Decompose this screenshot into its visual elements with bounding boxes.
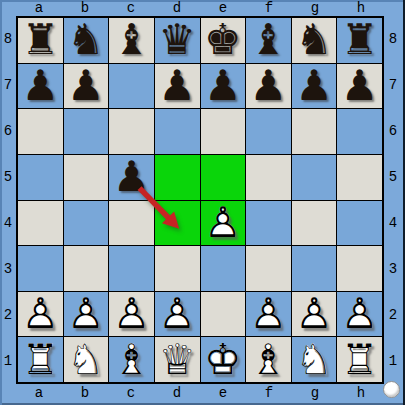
- white-pawn[interactable]: ♟♙: [18, 292, 63, 337]
- square-d7[interactable]: ♟: [155, 64, 200, 109]
- square-c1[interactable]: ♝♗: [109, 337, 154, 382]
- piece-outline: ♙: [109, 292, 154, 337]
- white-pawn[interactable]: ♟♙: [201, 201, 246, 246]
- square-b2[interactable]: ♟♙: [64, 292, 109, 337]
- rank-labels-left: 87654321: [0, 16, 16, 384]
- square-g2[interactable]: ♟♙: [292, 292, 337, 337]
- black-king[interactable]: ♚: [201, 18, 246, 63]
- black-pawn[interactable]: ♟: [246, 64, 291, 109]
- rank-label-3: 3: [382, 246, 404, 292]
- rank-label-5: 5: [0, 154, 16, 200]
- piece-outline: ♙: [64, 292, 109, 337]
- rank-label-8: 8: [382, 16, 404, 62]
- file-label-f: f: [246, 382, 292, 404]
- black-pawn[interactable]: ♟: [155, 64, 200, 109]
- board: ♜♞♝♛♚♝♞♜♟♟♟♟♟♟♟♟♟♙♟♙♟♙♟♙♟♙♟♙♟♙♟♙♜♖♞♘♝♗♛♕…: [16, 16, 384, 384]
- square-d4-highlighted[interactable]: [155, 201, 200, 246]
- square-c7[interactable]: [109, 64, 154, 109]
- square-a2[interactable]: ♟♙: [18, 292, 63, 337]
- square-c3[interactable]: [109, 246, 154, 291]
- black-knight[interactable]: ♞: [292, 18, 337, 63]
- black-pawn[interactable]: ♟: [64, 64, 109, 109]
- black-queen[interactable]: ♛: [155, 18, 200, 63]
- square-a5[interactable]: [18, 155, 63, 200]
- white-queen[interactable]: ♛♕: [155, 337, 200, 382]
- black-pawn[interactable]: ♟: [109, 155, 154, 200]
- black-pawn[interactable]: ♟: [337, 64, 382, 109]
- square-e1[interactable]: ♚♔: [201, 337, 246, 382]
- square-f7[interactable]: ♟: [246, 64, 291, 109]
- white-knight[interactable]: ♞♘: [64, 337, 109, 382]
- black-bishop[interactable]: ♝: [109, 18, 154, 63]
- file-label-d: d: [154, 382, 200, 404]
- square-g3[interactable]: [292, 246, 337, 291]
- piece-outline: ♙: [201, 201, 246, 246]
- white-pawn[interactable]: ♟♙: [155, 292, 200, 337]
- piece-outline: ♙: [18, 292, 63, 337]
- square-d3[interactable]: [155, 246, 200, 291]
- square-f6[interactable]: [246, 109, 291, 154]
- square-f1[interactable]: ♝♗: [246, 337, 291, 382]
- file-label-b: b: [62, 0, 108, 16]
- square-d5-highlighted[interactable]: [155, 155, 200, 200]
- piece-outline: ♕: [155, 337, 200, 382]
- piece-outline: ♙: [292, 292, 337, 337]
- rank-label-1: 1: [382, 338, 404, 384]
- white-pawn[interactable]: ♟♙: [337, 292, 382, 337]
- square-c8[interactable]: ♝: [109, 18, 154, 63]
- square-b7[interactable]: ♟: [64, 64, 109, 109]
- square-a3[interactable]: [18, 246, 63, 291]
- white-rook[interactable]: ♜♖: [337, 337, 382, 382]
- square-b1[interactable]: ♞♘: [64, 337, 109, 382]
- square-h1[interactable]: ♜♖: [337, 337, 382, 382]
- white-knight[interactable]: ♞♘: [292, 337, 337, 382]
- square-e4-highlighted[interactable]: ♟♙: [201, 201, 246, 246]
- black-rook[interactable]: ♜: [18, 18, 63, 63]
- rank-label-6: 6: [382, 108, 404, 154]
- black-pawn[interactable]: ♟: [201, 64, 246, 109]
- rank-label-2: 2: [382, 292, 404, 338]
- rank-label-2: 2: [0, 292, 16, 338]
- square-h7[interactable]: ♟: [337, 64, 382, 109]
- black-pawn[interactable]: ♟: [292, 64, 337, 109]
- square-d8[interactable]: ♛: [155, 18, 200, 63]
- square-h8[interactable]: ♜: [337, 18, 382, 63]
- white-pawn[interactable]: ♟♙: [292, 292, 337, 337]
- square-f8[interactable]: ♝: [246, 18, 291, 63]
- file-label-c: c: [108, 0, 154, 16]
- white-king[interactable]: ♚♔: [201, 337, 246, 382]
- file-label-g: g: [292, 382, 338, 404]
- square-d6[interactable]: [155, 109, 200, 154]
- black-knight[interactable]: ♞: [64, 18, 109, 63]
- piece-outline: ♗: [246, 337, 291, 382]
- piece-outline: ♗: [109, 337, 154, 382]
- file-label-b: b: [62, 382, 108, 404]
- square-a7[interactable]: ♟: [18, 64, 63, 109]
- rank-label-3: 3: [0, 246, 16, 292]
- file-label-f: f: [246, 0, 292, 16]
- white-pawn[interactable]: ♟♙: [109, 292, 154, 337]
- black-rook[interactable]: ♜: [337, 18, 382, 63]
- square-e7[interactable]: ♟: [201, 64, 246, 109]
- square-e3[interactable]: [201, 246, 246, 291]
- square-e2[interactable]: [201, 292, 246, 337]
- file-label-h: h: [338, 0, 384, 16]
- square-b4[interactable]: [64, 201, 109, 246]
- square-c2[interactable]: ♟♙: [109, 292, 154, 337]
- square-h6[interactable]: [337, 109, 382, 154]
- square-g6[interactable]: [292, 109, 337, 154]
- white-bishop[interactable]: ♝♗: [246, 337, 291, 382]
- square-e5-highlighted[interactable]: [201, 155, 246, 200]
- square-g8[interactable]: ♞: [292, 18, 337, 63]
- rank-label-4: 4: [382, 200, 404, 246]
- white-pawn[interactable]: ♟♙: [246, 292, 291, 337]
- file-label-e: e: [200, 0, 246, 16]
- square-d2[interactable]: ♟♙: [155, 292, 200, 337]
- file-label-e: e: [200, 382, 246, 404]
- square-f3[interactable]: [246, 246, 291, 291]
- square-e8[interactable]: ♚: [201, 18, 246, 63]
- piece-outline: ♖: [18, 337, 63, 382]
- square-h3[interactable]: [337, 246, 382, 291]
- square-g7[interactable]: ♟: [292, 64, 337, 109]
- piece-outline: ♙: [337, 292, 382, 337]
- file-label-h: h: [338, 382, 384, 404]
- rank-label-6: 6: [0, 108, 16, 154]
- square-h4[interactable]: [337, 201, 382, 246]
- square-c5[interactable]: ♟: [109, 155, 154, 200]
- rank-label-7: 7: [382, 62, 404, 108]
- square-g5[interactable]: [292, 155, 337, 200]
- square-b8[interactable]: ♞: [64, 18, 109, 63]
- file-label-a: a: [16, 382, 62, 404]
- square-a6[interactable]: [18, 109, 63, 154]
- black-pawn[interactable]: ♟: [18, 64, 63, 109]
- square-e6[interactable]: [201, 109, 246, 154]
- square-b6[interactable]: [64, 109, 109, 154]
- square-c4[interactable]: [109, 201, 154, 246]
- square-b5[interactable]: [64, 155, 109, 200]
- square-f2[interactable]: ♟♙: [246, 292, 291, 337]
- file-label-g: g: [292, 0, 338, 16]
- piece-outline: ♘: [292, 337, 337, 382]
- file-label-a: a: [16, 0, 62, 16]
- square-g1[interactable]: ♞♘: [292, 337, 337, 382]
- square-h2[interactable]: ♟♙: [337, 292, 382, 337]
- piece-outline: ♘: [64, 337, 109, 382]
- rank-label-5: 5: [382, 154, 404, 200]
- chess-board-window: abcdefgh abcdefgh 87654321 87654321 ♜♞♝♛…: [0, 0, 405, 405]
- square-a4[interactable]: [18, 201, 63, 246]
- piece-outline: ♔: [201, 337, 246, 382]
- white-pawn[interactable]: ♟♙: [64, 292, 109, 337]
- file-label-c: c: [108, 382, 154, 404]
- turn-indicator: [383, 381, 400, 398]
- piece-outline: ♙: [246, 292, 291, 337]
- rank-label-7: 7: [0, 62, 16, 108]
- white-bishop[interactable]: ♝♗: [109, 337, 154, 382]
- file-labels-bottom: abcdefgh: [16, 382, 384, 404]
- rank-label-1: 1: [0, 338, 16, 384]
- square-f4[interactable]: [246, 201, 291, 246]
- square-b3[interactable]: [64, 246, 109, 291]
- black-bishop[interactable]: ♝: [246, 18, 291, 63]
- square-g4[interactable]: [292, 201, 337, 246]
- rank-label-8: 8: [0, 16, 16, 62]
- square-h5[interactable]: [337, 155, 382, 200]
- piece-outline: ♙: [155, 292, 200, 337]
- file-labels-top: abcdefgh: [16, 0, 384, 16]
- square-a1[interactable]: ♜♖: [18, 337, 63, 382]
- piece-outline: ♖: [337, 337, 382, 382]
- file-label-d: d: [154, 0, 200, 16]
- rank-label-4: 4: [0, 200, 16, 246]
- square-d1[interactable]: ♛♕: [155, 337, 200, 382]
- rank-labels-right: 87654321: [382, 16, 404, 384]
- white-rook[interactable]: ♜♖: [18, 337, 63, 382]
- square-a8[interactable]: ♜: [18, 18, 63, 63]
- square-f5[interactable]: [246, 155, 291, 200]
- square-c6[interactable]: [109, 109, 154, 154]
